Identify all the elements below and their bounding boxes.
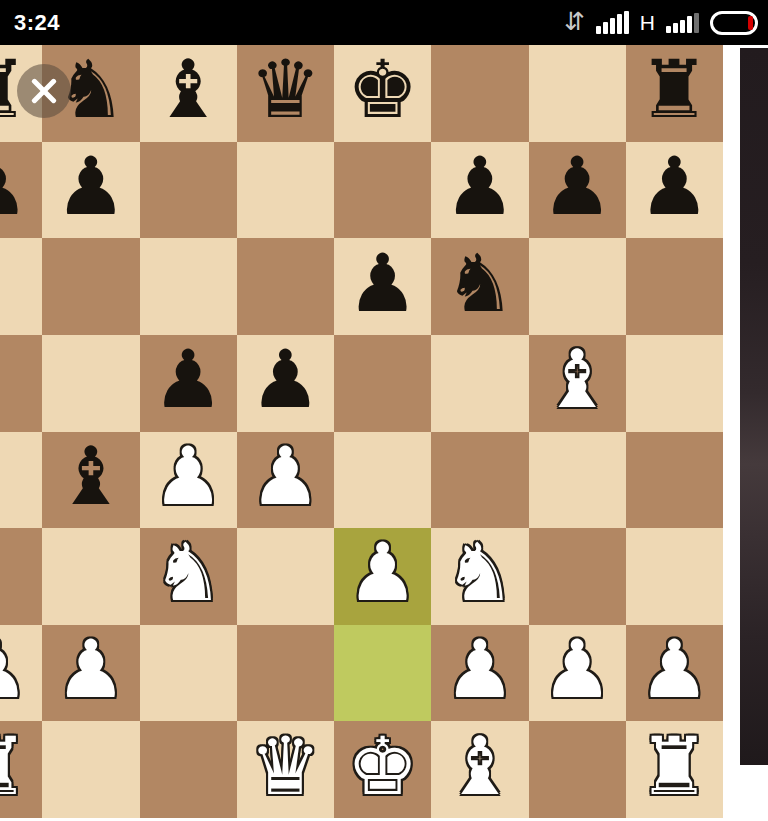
white-bishop: ♝	[541, 340, 613, 420]
square-d2	[237, 625, 334, 722]
square-a2: ♟	[0, 625, 42, 722]
square-b5	[42, 335, 139, 432]
status-bar: 3:24 ⇵ H	[0, 0, 768, 45]
square-g3	[529, 528, 626, 625]
square-c1	[140, 721, 237, 818]
white-pawn: ♟	[541, 630, 613, 710]
square-d5: ♟	[237, 335, 334, 432]
signal-strength-partial-icon	[666, 13, 699, 33]
white-bishop: ♝	[444, 727, 516, 807]
black-king: ♚	[347, 50, 419, 130]
status-icons: ⇵ H	[564, 0, 758, 45]
square-f4	[431, 432, 528, 529]
square-a5	[0, 335, 42, 432]
screen: 3:24 ⇵ H ♜♞♝♛♚♜♟♟♟♟♟♟♞♟♟♝♝♟♟♞♟♞♟♟♟♟♟♜♛♚♝…	[0, 0, 768, 821]
square-d8: ♛	[237, 45, 334, 142]
square-a1: ♜	[0, 721, 42, 818]
square-a3	[0, 528, 42, 625]
white-pawn: ♟	[250, 437, 322, 517]
square-f6: ♞	[431, 238, 528, 335]
white-king: ♚	[347, 727, 419, 807]
square-e7	[334, 142, 431, 239]
square-b3	[42, 528, 139, 625]
black-rook: ♜	[639, 50, 711, 130]
white-pawn: ♟	[0, 630, 29, 710]
square-g4	[529, 432, 626, 529]
square-h5	[626, 335, 723, 432]
square-d4: ♟	[237, 432, 334, 529]
square-h4	[626, 432, 723, 529]
clock-label: 3:24	[14, 10, 60, 36]
square-b4: ♝	[42, 432, 139, 529]
square-d7	[237, 142, 334, 239]
black-pawn: ♟	[347, 244, 419, 324]
square-e2	[334, 625, 431, 722]
square-g2: ♟	[529, 625, 626, 722]
battery-low-icon	[710, 11, 758, 35]
black-pawn: ♟	[444, 147, 516, 227]
next-image-preview[interactable]	[740, 48, 768, 765]
square-e6: ♟	[334, 238, 431, 335]
white-pawn: ♟	[639, 630, 711, 710]
black-queen: ♛	[250, 50, 322, 130]
square-g7: ♟	[529, 142, 626, 239]
square-e1: ♚	[334, 721, 431, 818]
square-b1	[42, 721, 139, 818]
square-h2: ♟	[626, 625, 723, 722]
square-e5	[334, 335, 431, 432]
white-pawn: ♟	[444, 630, 516, 710]
network-type-label: H	[640, 11, 655, 35]
square-b7: ♟	[42, 142, 139, 239]
square-d3	[237, 528, 334, 625]
square-c5: ♟	[140, 335, 237, 432]
square-a6	[0, 238, 42, 335]
close-button[interactable]	[17, 64, 71, 118]
white-pawn: ♟	[347, 533, 419, 613]
square-f2: ♟	[431, 625, 528, 722]
square-c3: ♞	[140, 528, 237, 625]
square-b2: ♟	[42, 625, 139, 722]
black-pawn: ♟	[0, 147, 29, 227]
square-g1	[529, 721, 626, 818]
board-image[interactable]: ♜♞♝♛♚♜♟♟♟♟♟♟♞♟♟♝♝♟♟♞♟♞♟♟♟♟♟♜♛♚♝♜	[0, 45, 723, 818]
square-d6	[237, 238, 334, 335]
black-knight: ♞	[444, 244, 516, 324]
black-pawn: ♟	[152, 340, 224, 420]
square-f8	[431, 45, 528, 142]
square-h1: ♜	[626, 721, 723, 818]
square-e4	[334, 432, 431, 529]
square-c7	[140, 142, 237, 239]
black-pawn: ♟	[639, 147, 711, 227]
black-bishop: ♝	[55, 437, 127, 517]
square-b6	[42, 238, 139, 335]
square-c4: ♟	[140, 432, 237, 529]
white-rook: ♜	[639, 727, 711, 807]
black-bishop: ♝	[152, 50, 224, 130]
white-pawn: ♟	[55, 630, 127, 710]
square-a4	[0, 432, 42, 529]
white-rook: ♜	[0, 727, 29, 807]
square-c6	[140, 238, 237, 335]
square-h7: ♟	[626, 142, 723, 239]
white-pawn: ♟	[152, 437, 224, 517]
white-knight: ♞	[152, 533, 224, 613]
square-e8: ♚	[334, 45, 431, 142]
square-c2	[140, 625, 237, 722]
network-traffic-arrows-icon: ⇵	[564, 9, 585, 34]
square-g5: ♝	[529, 335, 626, 432]
white-queen: ♛	[250, 727, 322, 807]
square-f5	[431, 335, 528, 432]
black-pawn: ♟	[55, 147, 127, 227]
square-h6	[626, 238, 723, 335]
square-f1: ♝	[431, 721, 528, 818]
black-pawn: ♟	[541, 147, 613, 227]
square-a7: ♟	[0, 142, 42, 239]
square-h3	[626, 528, 723, 625]
square-f3: ♞	[431, 528, 528, 625]
black-pawn: ♟	[250, 340, 322, 420]
square-g8	[529, 45, 626, 142]
white-knight: ♞	[444, 533, 516, 613]
square-d1: ♛	[237, 721, 334, 818]
square-f7: ♟	[431, 142, 528, 239]
square-h8: ♜	[626, 45, 723, 142]
square-g6	[529, 238, 626, 335]
square-c8: ♝	[140, 45, 237, 142]
square-e3: ♟	[334, 528, 431, 625]
signal-strength-full-icon	[596, 11, 629, 34]
